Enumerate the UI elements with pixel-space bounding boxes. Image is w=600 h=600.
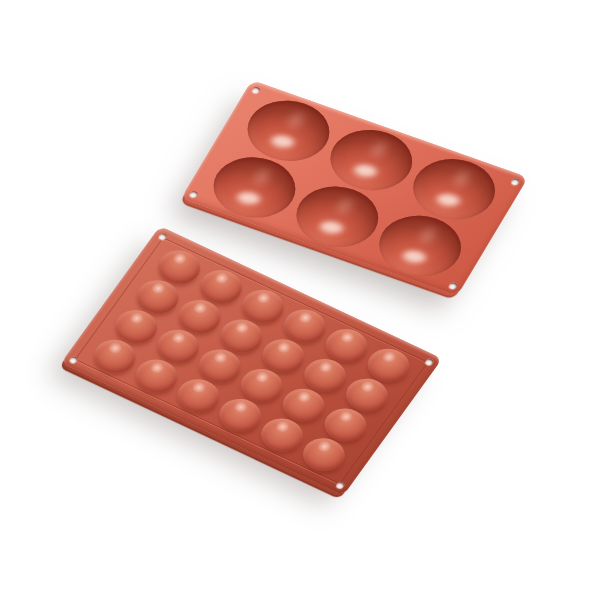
corner-hole — [335, 481, 345, 490]
corner-hole — [510, 177, 520, 185]
cavity-grid — [196, 87, 512, 288]
corner-hole — [448, 282, 458, 290]
product-photo — [0, 0, 600, 600]
